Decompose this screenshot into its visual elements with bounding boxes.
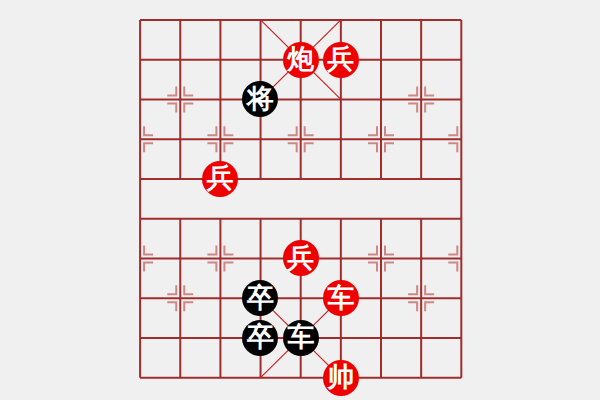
piece-red-cannon[interactable]: 炮 xyxy=(283,42,319,78)
piece-red-general[interactable]: 帅 xyxy=(323,360,359,396)
piece-red-soldier[interactable]: 兵 xyxy=(283,240,319,276)
board-cell: 卒 xyxy=(240,278,280,318)
board-cell: 卒 xyxy=(240,318,280,358)
board-cell: 将 xyxy=(240,80,280,120)
piece-black-chariot[interactable]: 车 xyxy=(283,320,319,356)
screen-background: 炮兵将兵兵卒车卒车帅 xyxy=(0,0,600,400)
board-cell: 兵 xyxy=(281,239,321,279)
piece-layer: 炮兵将兵兵卒车卒车帅 xyxy=(120,0,481,398)
piece-red-soldier[interactable]: 兵 xyxy=(323,42,359,78)
xiangqi-board: 炮兵将兵兵卒车卒车帅 xyxy=(120,0,482,398)
board-cell: 兵 xyxy=(321,40,361,80)
piece-red-chariot[interactable]: 车 xyxy=(323,280,359,316)
piece-black-soldier[interactable]: 卒 xyxy=(242,280,278,316)
piece-black-general[interactable]: 将 xyxy=(242,81,278,117)
board-cell: 帅 xyxy=(321,358,361,398)
board-cell: 炮 xyxy=(281,40,321,80)
board-cell: 车 xyxy=(321,278,361,318)
piece-black-soldier[interactable]: 卒 xyxy=(242,320,278,356)
board-cell: 兵 xyxy=(200,159,240,199)
board-cell: 车 xyxy=(281,318,321,358)
piece-red-soldier[interactable]: 兵 xyxy=(202,161,238,197)
